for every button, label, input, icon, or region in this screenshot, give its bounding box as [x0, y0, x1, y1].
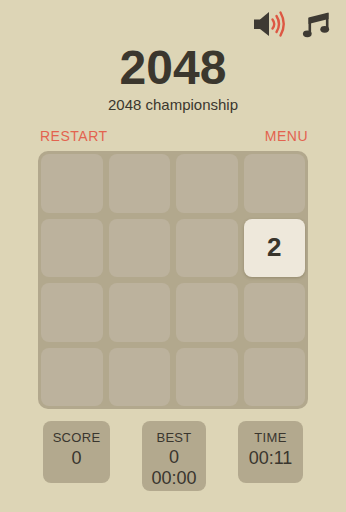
tile-2: 2 [244, 219, 306, 278]
board-cell [176, 219, 238, 278]
menu-button[interactable]: MENU [265, 128, 308, 144]
board-cell [41, 348, 103, 407]
board-cell [109, 283, 171, 342]
board-cell [176, 154, 238, 213]
time-box: TIME 00:11 [238, 421, 303, 483]
board-cell [244, 283, 306, 342]
board-cell [41, 154, 103, 213]
app-subtitle: 2048 championship [0, 97, 346, 113]
board-cell [176, 348, 238, 407]
stats-row: SCORE 0 BEST 0 00:00 TIME 00:11 [43, 421, 303, 491]
score-value: 0 [43, 447, 110, 470]
board-cell: 2 [244, 219, 306, 278]
music-note-icon[interactable] [301, 9, 332, 39]
restart-button[interactable]: RESTART [40, 128, 108, 144]
best-label: BEST [142, 428, 206, 447]
board-cell [109, 348, 171, 407]
board-cell [41, 283, 103, 342]
topbar [0, 0, 346, 42]
app-title: 2048 [0, 44, 346, 92]
board-cell [109, 154, 171, 213]
board-cell [109, 219, 171, 278]
board-cell [176, 283, 238, 342]
board-cell [244, 154, 306, 213]
game-board[interactable]: 2 [38, 151, 308, 409]
score-box: SCORE 0 [43, 421, 110, 483]
score-label: SCORE [43, 428, 110, 447]
board-cell [244, 348, 306, 407]
best-time-value: 00:00 [142, 468, 206, 489]
menu-bar: RESTART MENU [40, 128, 308, 144]
best-box: BEST 0 00:00 [142, 421, 206, 491]
board-cell [41, 219, 103, 278]
time-label: TIME [238, 428, 303, 447]
time-value: 00:11 [238, 447, 303, 470]
best-value: 0 [142, 447, 206, 468]
sound-on-icon[interactable] [252, 9, 289, 39]
